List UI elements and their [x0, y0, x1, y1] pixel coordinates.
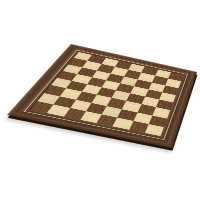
product-photo: [0, 0, 200, 200]
chess-board: [7, 44, 197, 148]
